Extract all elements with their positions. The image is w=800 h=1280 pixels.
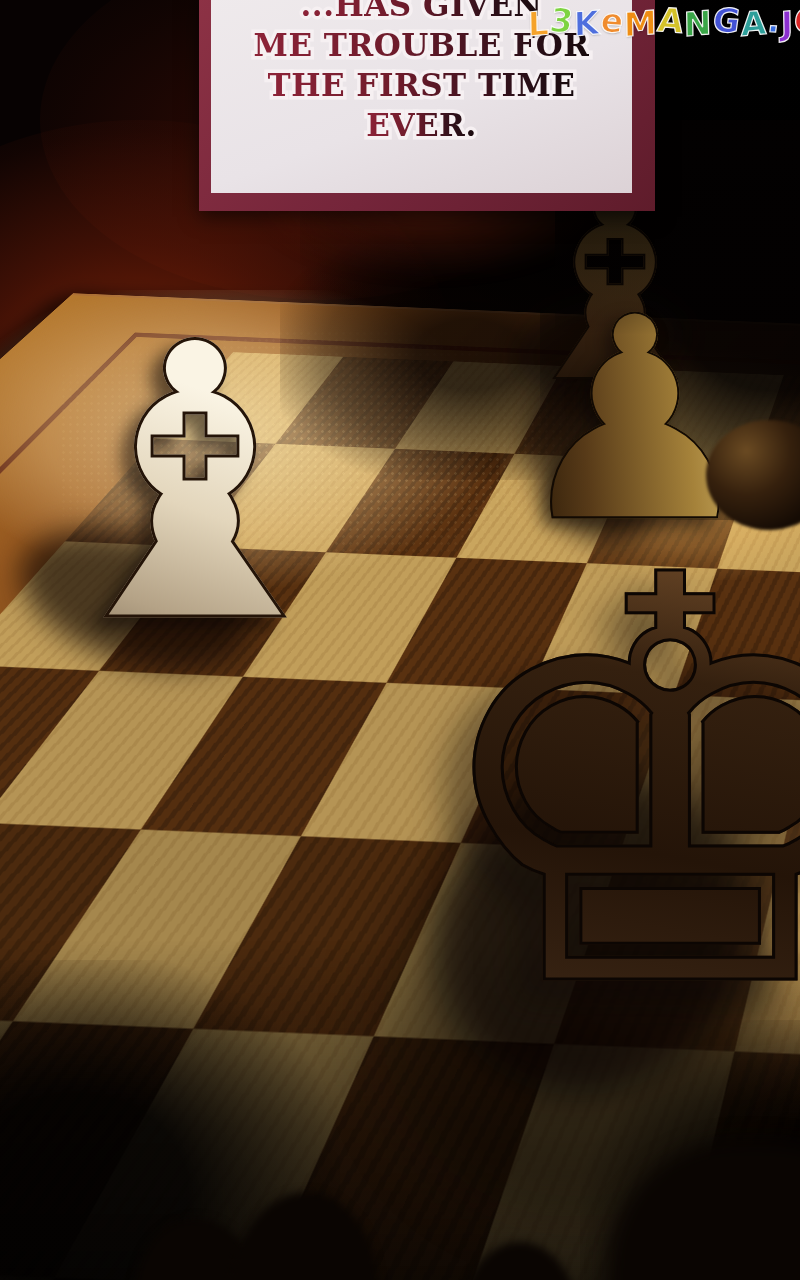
watermark-letter: e: [598, 0, 627, 41]
watermark-letter: A: [655, 0, 687, 41]
black-king: ♚: [395, 535, 800, 1035]
watermark-letter: G: [710, 0, 743, 41]
bubble-line-3: THE FIRST TIMETHE FIRST TIME: [211, 65, 632, 105]
site-watermark: L3KeMANGA.JO: [527, 2, 800, 41]
watermark-letter: K: [573, 3, 600, 44]
white-bishop: ♝: [15, 305, 375, 665]
comic-panel: ♝ ♟ ♝ ♚ ...HAS GIVEN...HAS GIVEN ME TROU…: [0, 0, 800, 1280]
watermark-letter: A: [741, 3, 768, 44]
bubble-line-4: EVER.EVER.: [211, 105, 632, 145]
watermark-letter: M: [623, 3, 658, 45]
watermark-letter: 3: [547, 0, 576, 41]
watermark-letter: N: [684, 3, 713, 44]
